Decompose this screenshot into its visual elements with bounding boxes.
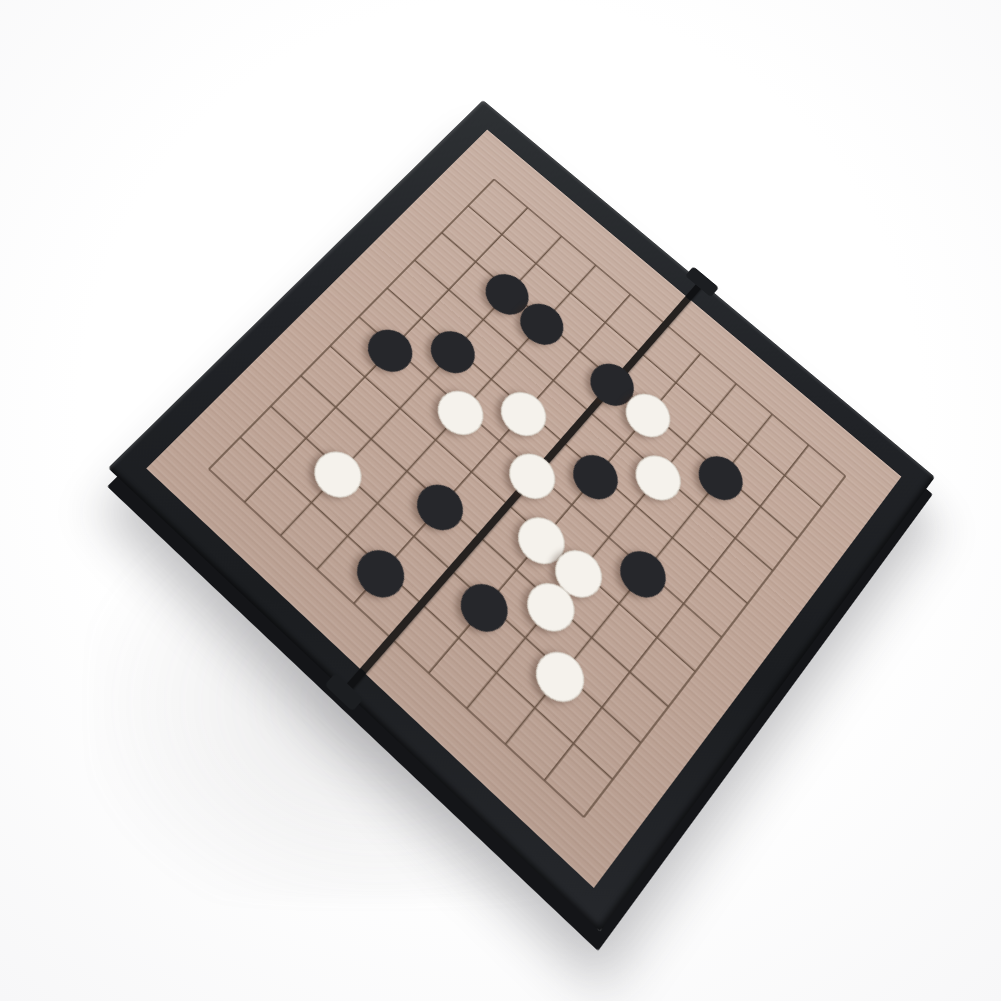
black-stone: ● bbox=[362, 318, 425, 378]
white-stone: ● bbox=[432, 379, 495, 440]
black-stone: ● bbox=[410, 472, 475, 537]
white-stone: ● bbox=[521, 570, 586, 637]
black-stone: ● bbox=[614, 538, 678, 604]
black-stone: ● bbox=[455, 570, 521, 638]
white-stone: ● bbox=[530, 638, 596, 708]
black-stone: ● bbox=[425, 319, 487, 379]
white-stone: ● bbox=[504, 441, 567, 504]
black-stone: ● bbox=[693, 444, 754, 506]
product-photo-stage: ●●●●●●●●●●●●●●●●●●●●● bbox=[0, 0, 1001, 1001]
white-stone: ● bbox=[309, 439, 374, 503]
black-stone: ● bbox=[351, 536, 418, 603]
black-stone: ● bbox=[567, 442, 630, 505]
white-stone: ● bbox=[495, 380, 557, 441]
white-stone: ● bbox=[630, 443, 692, 505]
